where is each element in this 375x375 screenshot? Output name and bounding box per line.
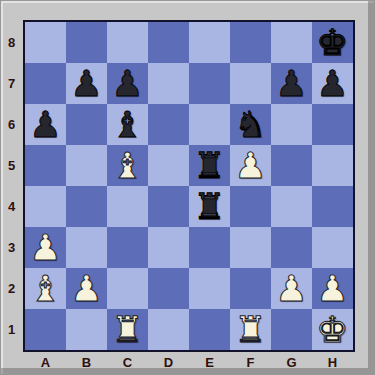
square-g2[interactable]: ♟ <box>271 268 312 309</box>
white-bishop-c5[interactable]: ♝ <box>107 145 148 186</box>
square-d8[interactable] <box>148 22 189 63</box>
square-h5[interactable] <box>312 145 353 186</box>
square-a5[interactable] <box>25 145 66 186</box>
file-label-c: C <box>107 352 148 374</box>
rank-label-1: 1 <box>1 309 22 350</box>
square-h1[interactable]: ♚ <box>312 309 353 350</box>
square-d6[interactable] <box>148 104 189 145</box>
square-e8[interactable] <box>189 22 230 63</box>
file-label-e: E <box>189 352 230 374</box>
square-f1[interactable]: ♜ <box>230 309 271 350</box>
square-h2[interactable]: ♟ <box>312 268 353 309</box>
square-c4[interactable] <box>107 186 148 227</box>
black-pawn-c7[interactable]: ♟ <box>107 63 148 104</box>
square-b7[interactable]: ♟ <box>66 63 107 104</box>
black-rook-e5[interactable]: ♜ <box>189 145 230 186</box>
square-c6[interactable]: ♝ <box>107 104 148 145</box>
square-d5[interactable] <box>148 145 189 186</box>
square-h8[interactable]: ♚ <box>312 22 353 63</box>
square-e4[interactable]: ♜ <box>189 186 230 227</box>
file-label-g: G <box>271 352 312 374</box>
square-h6[interactable] <box>312 104 353 145</box>
square-g1[interactable] <box>271 309 312 350</box>
file-label-d: D <box>148 352 189 374</box>
white-pawn-g2[interactable]: ♟ <box>271 268 312 309</box>
square-e7[interactable] <box>189 63 230 104</box>
rank-label-4: 4 <box>1 186 22 227</box>
black-knight-f6[interactable]: ♞ <box>230 104 271 145</box>
black-king-h8[interactable]: ♚ <box>312 22 353 63</box>
file-label-b: B <box>66 352 107 374</box>
square-c3[interactable] <box>107 227 148 268</box>
square-c8[interactable] <box>107 22 148 63</box>
square-a7[interactable] <box>25 63 66 104</box>
square-f4[interactable] <box>230 186 271 227</box>
square-g8[interactable] <box>271 22 312 63</box>
square-b1[interactable] <box>66 309 107 350</box>
square-g7[interactable]: ♟ <box>271 63 312 104</box>
square-g3[interactable] <box>271 227 312 268</box>
square-e3[interactable] <box>189 227 230 268</box>
square-b8[interactable] <box>66 22 107 63</box>
square-f5[interactable]: ♟ <box>230 145 271 186</box>
white-king-h1[interactable]: ♚ <box>312 309 353 350</box>
square-f7[interactable] <box>230 63 271 104</box>
file-label-f: F <box>230 352 271 374</box>
square-b4[interactable] <box>66 186 107 227</box>
square-b5[interactable] <box>66 145 107 186</box>
square-a2[interactable]: ♝ <box>25 268 66 309</box>
square-c1[interactable]: ♜ <box>107 309 148 350</box>
square-e6[interactable] <box>189 104 230 145</box>
square-g5[interactable] <box>271 145 312 186</box>
square-h7[interactable]: ♟ <box>312 63 353 104</box>
square-a3[interactable]: ♟ <box>25 227 66 268</box>
rank-label-6: 6 <box>1 104 22 145</box>
black-pawn-b7[interactable]: ♟ <box>66 63 107 104</box>
square-d2[interactable] <box>148 268 189 309</box>
white-bishop-a2[interactable]: ♝ <box>25 268 66 309</box>
black-bishop-c6[interactable]: ♝ <box>107 104 148 145</box>
square-f6[interactable]: ♞ <box>230 104 271 145</box>
square-c5[interactable]: ♝ <box>107 145 148 186</box>
white-rook-f1[interactable]: ♜ <box>230 309 271 350</box>
square-c2[interactable] <box>107 268 148 309</box>
square-a1[interactable] <box>25 309 66 350</box>
square-g4[interactable] <box>271 186 312 227</box>
rank-label-2: 2 <box>1 268 22 309</box>
rank-label-5: 5 <box>1 145 22 186</box>
white-pawn-h2[interactable]: ♟ <box>312 268 353 309</box>
square-b6[interactable] <box>66 104 107 145</box>
square-g6[interactable] <box>271 104 312 145</box>
square-c7[interactable]: ♟ <box>107 63 148 104</box>
black-pawn-g7[interactable]: ♟ <box>271 63 312 104</box>
black-rook-e4[interactable]: ♜ <box>189 186 230 227</box>
square-e2[interactable] <box>189 268 230 309</box>
square-f8[interactable] <box>230 22 271 63</box>
square-e5[interactable]: ♜ <box>189 145 230 186</box>
white-pawn-f5[interactable]: ♟ <box>230 145 271 186</box>
square-e1[interactable] <box>189 309 230 350</box>
square-b2[interactable]: ♟ <box>66 268 107 309</box>
rank-label-3: 3 <box>1 227 22 268</box>
white-pawn-a3[interactable]: ♟ <box>25 227 66 268</box>
rank-label-7: 7 <box>1 63 22 104</box>
square-f3[interactable] <box>230 227 271 268</box>
black-pawn-h7[interactable]: ♟ <box>312 63 353 104</box>
white-pawn-b2[interactable]: ♟ <box>66 268 107 309</box>
square-a8[interactable] <box>25 22 66 63</box>
square-d1[interactable] <box>148 309 189 350</box>
square-f2[interactable] <box>230 268 271 309</box>
square-b3[interactable] <box>66 227 107 268</box>
square-a6[interactable]: ♟ <box>25 104 66 145</box>
square-h3[interactable] <box>312 227 353 268</box>
square-a4[interactable] <box>25 186 66 227</box>
square-d7[interactable] <box>148 63 189 104</box>
white-rook-c1[interactable]: ♜ <box>107 309 148 350</box>
square-d4[interactable] <box>148 186 189 227</box>
chess-board: ♚♟♟♟♟♟♝♞♝♜♟♜♟♝♟♟♟♜♜♚ <box>23 20 355 352</box>
black-pawn-a6[interactable]: ♟ <box>25 104 66 145</box>
square-h4[interactable] <box>312 186 353 227</box>
file-label-h: H <box>312 352 353 374</box>
file-label-a: A <box>25 352 66 374</box>
square-d3[interactable] <box>148 227 189 268</box>
board-frame: ♚♟♟♟♟♟♝♞♝♜♟♜♟♝♟♟♟♜♜♚ 87654321 ABCDEFGH <box>0 0 375 375</box>
rank-label-8: 8 <box>1 22 22 63</box>
